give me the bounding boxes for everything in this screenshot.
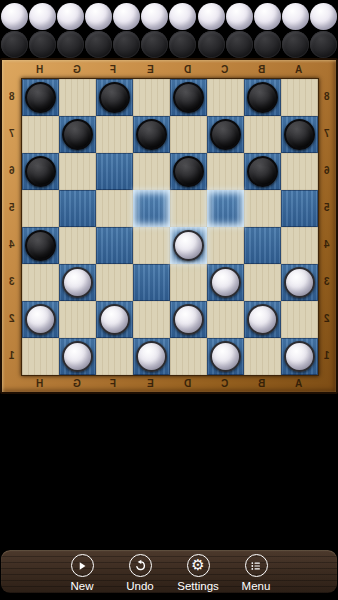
square-f1[interactable] (96, 338, 133, 375)
rank-label-left-6: 6 (9, 165, 15, 176)
square-g5[interactable] (59, 190, 96, 227)
checkers-app-screen: HGFEDCBA 87654321 87654321 HGFEDCBA NewU… (0, 0, 338, 600)
white-piece-d4[interactable] (173, 230, 204, 261)
square-h5[interactable] (22, 190, 59, 227)
square-f6[interactable] (96, 153, 133, 190)
rank-label-right-4: 4 (324, 239, 330, 250)
square-d1[interactable] (170, 338, 207, 375)
black-tray-piece (57, 31, 84, 58)
file-label-top-D: D (184, 64, 191, 75)
black-tray-piece (141, 31, 168, 58)
undo-icon (129, 554, 152, 577)
rank-label-left-5: 5 (9, 202, 15, 213)
square-g2[interactable] (59, 301, 96, 338)
new-button-label: New (70, 580, 93, 592)
white-tray-piece (169, 3, 196, 30)
square-g7[interactable] (59, 116, 96, 153)
file-label-bottom-B: B (258, 378, 265, 389)
rank-label-right-6: 6 (324, 165, 330, 176)
rank-label-left-4: 4 (9, 239, 15, 250)
black-tray-piece (226, 31, 253, 58)
captured-tray-white (0, 2, 338, 30)
file-label-top-H: H (36, 64, 43, 75)
square-f5[interactable] (96, 190, 133, 227)
square-a5[interactable] (281, 190, 318, 227)
white-tray-piece (85, 3, 112, 30)
square-b8[interactable] (244, 79, 281, 116)
square-f8[interactable] (96, 79, 133, 116)
file-label-top-E: E (147, 64, 154, 75)
white-piece-b2[interactable] (247, 304, 278, 335)
square-c2[interactable] (207, 301, 244, 338)
square-h7[interactable] (22, 116, 59, 153)
undo-button-label: Undo (126, 580, 154, 592)
square-h3[interactable] (22, 264, 59, 301)
square-f2[interactable] (96, 301, 133, 338)
new-button[interactable]: New (53, 554, 111, 592)
white-tray-piece (29, 3, 56, 30)
square-a4[interactable] (281, 227, 318, 264)
square-b6[interactable] (244, 153, 281, 190)
file-label-top-F: F (110, 64, 116, 75)
white-piece-f2[interactable] (99, 304, 130, 335)
square-h1[interactable] (22, 338, 59, 375)
square-e6[interactable] (133, 153, 170, 190)
white-piece-e1[interactable] (136, 341, 167, 372)
white-tray-piece (113, 3, 140, 30)
white-piece-g3[interactable] (62, 267, 93, 298)
file-label-top-B: B (258, 64, 265, 75)
square-g1[interactable] (59, 338, 96, 375)
black-piece-a7[interactable] (284, 119, 315, 150)
menu-button-label: Menu (242, 580, 271, 592)
square-d7[interactable] (170, 116, 207, 153)
white-tray-piece (198, 3, 225, 30)
rank-label-left-3: 3 (9, 276, 15, 287)
rank-label-right-8: 8 (324, 91, 330, 102)
rank-label-right-5: 5 (324, 202, 330, 213)
square-c7[interactable] (207, 116, 244, 153)
square-d6[interactable] (170, 153, 207, 190)
square-a2[interactable] (281, 301, 318, 338)
black-piece-h4[interactable] (25, 230, 56, 261)
square-h8[interactable] (22, 79, 59, 116)
white-piece-d2[interactable] (173, 304, 204, 335)
square-c1[interactable] (207, 338, 244, 375)
white-piece-h2[interactable] (25, 304, 56, 335)
black-piece-h6[interactable] (25, 156, 56, 187)
toolbar: NewUndo⚙SettingsMenu (1, 550, 337, 593)
square-a7[interactable] (281, 116, 318, 153)
black-piece-c7[interactable] (210, 119, 241, 150)
captured-trays (0, 2, 338, 58)
rank-labels-right: 87654321 (317, 78, 336, 374)
checkers-board: HGFEDCBA 87654321 87654321 HGFEDCBA (0, 58, 338, 394)
white-piece-g1[interactable] (62, 341, 93, 372)
white-tray-piece (226, 3, 253, 30)
file-label-bottom-A: A (295, 378, 302, 389)
gear-icon: ⚙ (187, 554, 210, 577)
file-label-top-C: C (221, 64, 228, 75)
rank-label-left-2: 2 (9, 313, 15, 324)
white-tray-piece (282, 3, 309, 30)
square-d8[interactable] (170, 79, 207, 116)
square-a1[interactable] (281, 338, 318, 375)
square-g3[interactable] (59, 264, 96, 301)
file-labels-top: HGFEDCBA (21, 60, 317, 78)
square-b5[interactable] (244, 190, 281, 227)
white-piece-a3[interactable] (284, 267, 315, 298)
square-e7[interactable] (133, 116, 170, 153)
black-tray-piece (85, 31, 112, 58)
square-g6[interactable] (59, 153, 96, 190)
board-grid (21, 78, 319, 376)
file-label-bottom-F: F (110, 378, 116, 389)
square-c6[interactable] (207, 153, 244, 190)
square-e2[interactable] (133, 301, 170, 338)
square-e4[interactable] (133, 227, 170, 264)
white-tray-piece (141, 3, 168, 30)
rank-label-right-3: 3 (324, 276, 330, 287)
square-d5[interactable] (170, 190, 207, 227)
rank-label-left-8: 8 (9, 91, 15, 102)
rank-label-right-1: 1 (324, 350, 330, 361)
square-e1[interactable] (133, 338, 170, 375)
rank-label-left-7: 7 (9, 128, 15, 139)
black-tray-piece (310, 31, 337, 58)
black-piece-d6[interactable] (173, 156, 204, 187)
square-c8[interactable] (207, 79, 244, 116)
undo-button[interactable]: Undo (111, 554, 169, 592)
square-b3[interactable] (244, 264, 281, 301)
file-label-bottom-C: C (221, 378, 228, 389)
square-a3[interactable] (281, 264, 318, 301)
rank-label-right-2: 2 (324, 313, 330, 324)
settings-button-label: Settings (177, 580, 219, 592)
square-e5[interactable] (133, 190, 170, 227)
black-tray-piece (1, 31, 28, 58)
black-piece-e7[interactable] (136, 119, 167, 150)
black-piece-b8[interactable] (247, 82, 278, 113)
file-label-bottom-D: D (184, 378, 191, 389)
square-d4[interactable] (170, 227, 207, 264)
black-piece-f8[interactable] (99, 82, 130, 113)
black-tray-piece (169, 31, 196, 58)
white-tray-piece (1, 3, 28, 30)
square-a8[interactable] (281, 79, 318, 116)
black-tray-piece (282, 31, 309, 58)
square-g4[interactable] (59, 227, 96, 264)
square-h2[interactable] (22, 301, 59, 338)
square-e8[interactable] (133, 79, 170, 116)
file-label-bottom-G: G (73, 378, 81, 389)
rank-label-right-7: 7 (324, 128, 330, 139)
black-piece-h8[interactable] (25, 82, 56, 113)
rank-label-left-1: 1 (9, 350, 15, 361)
square-c5[interactable] (207, 190, 244, 227)
file-label-top-G: G (73, 64, 81, 75)
square-b4[interactable] (244, 227, 281, 264)
file-label-bottom-E: E (147, 378, 154, 389)
file-label-top-A: A (295, 64, 302, 75)
square-c4[interactable] (207, 227, 244, 264)
white-tray-piece (57, 3, 84, 30)
white-tray-piece (310, 3, 337, 30)
square-d2[interactable] (170, 301, 207, 338)
rank-labels-left: 87654321 (2, 78, 21, 374)
white-tray-piece (254, 3, 281, 30)
square-h6[interactable] (22, 153, 59, 190)
file-label-bottom-H: H (36, 378, 43, 389)
black-tray-piece (29, 31, 56, 58)
square-f4[interactable] (96, 227, 133, 264)
play-icon (71, 554, 94, 577)
square-b7[interactable] (244, 116, 281, 153)
square-f3[interactable] (96, 264, 133, 301)
captured-tray-black (0, 30, 338, 58)
square-h4[interactable] (22, 227, 59, 264)
black-tray-piece (198, 31, 225, 58)
square-g8[interactable] (59, 79, 96, 116)
black-piece-g7[interactable] (62, 119, 93, 150)
white-piece-c3[interactable] (210, 267, 241, 298)
square-a6[interactable] (281, 153, 318, 190)
square-b2[interactable] (244, 301, 281, 338)
square-c3[interactable] (207, 264, 244, 301)
black-tray-piece (254, 31, 281, 58)
white-piece-a1[interactable] (284, 341, 315, 372)
white-piece-c1[interactable] (210, 341, 241, 372)
file-labels-bottom: HGFEDCBA (21, 374, 317, 392)
black-piece-d8[interactable] (173, 82, 204, 113)
square-e3[interactable] (133, 264, 170, 301)
menu-list-icon (245, 554, 268, 577)
menu-button[interactable]: Menu (227, 554, 285, 592)
square-f7[interactable] (96, 116, 133, 153)
black-tray-piece (113, 31, 140, 58)
settings-button[interactable]: ⚙Settings (169, 554, 227, 592)
black-piece-b6[interactable] (247, 156, 278, 187)
square-d3[interactable] (170, 264, 207, 301)
square-b1[interactable] (244, 338, 281, 375)
